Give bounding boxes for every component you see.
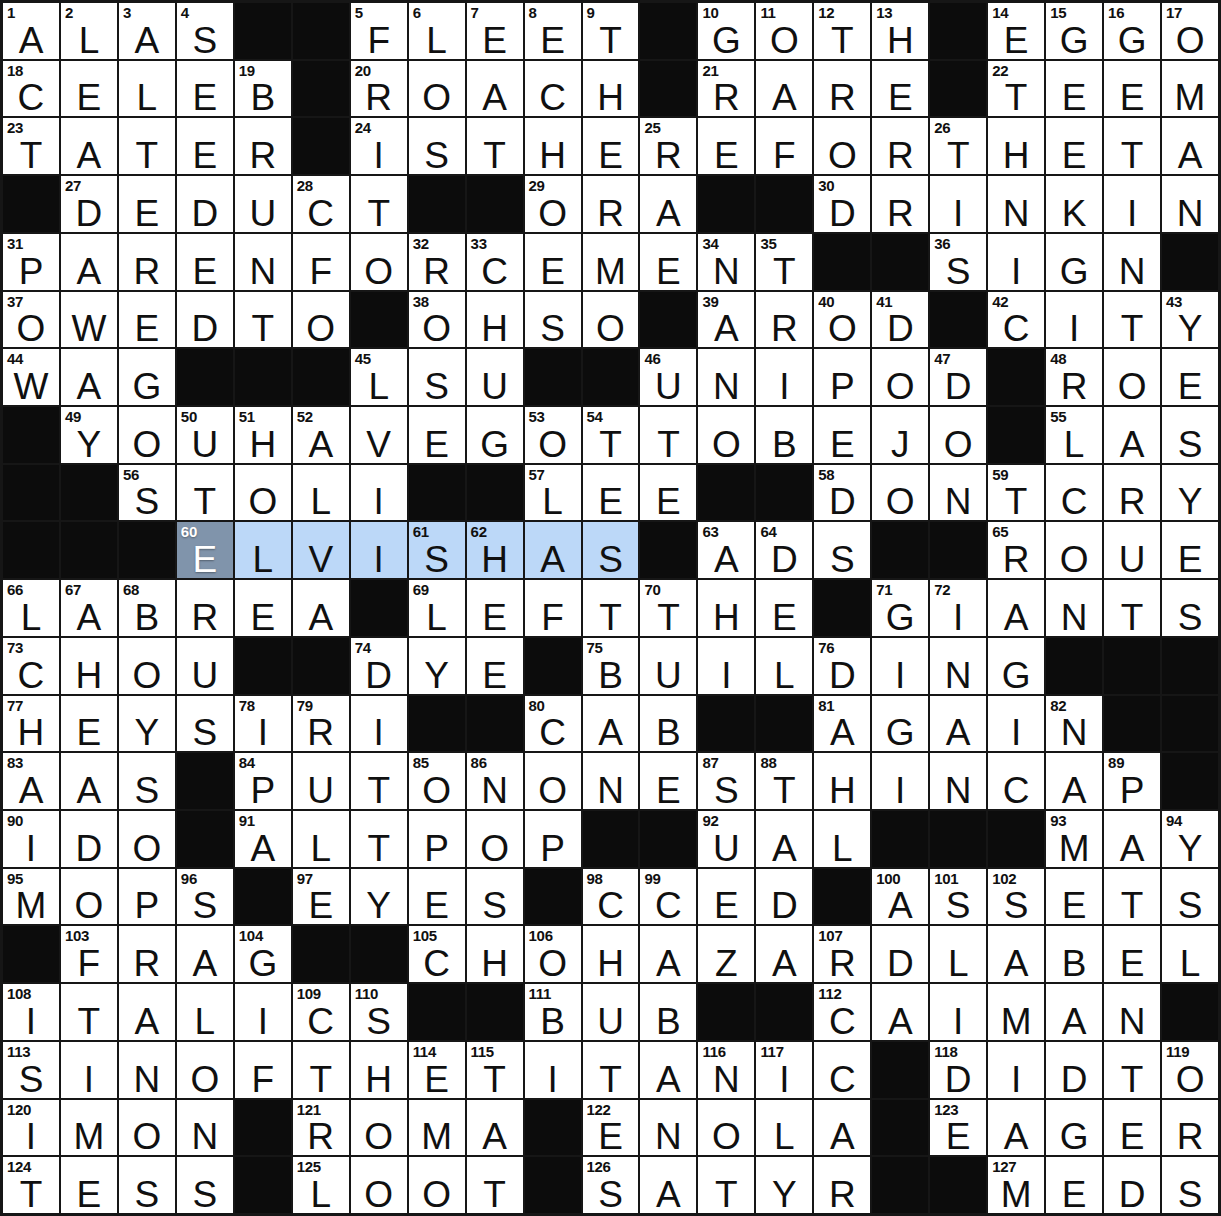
cell-r3c17[interactable]: 26T bbox=[930, 118, 986, 174]
cell-r17c12[interactable]: A bbox=[640, 926, 696, 982]
cell-r5c13[interactable]: 34N bbox=[698, 234, 754, 290]
cell-r18c7[interactable]: 110S bbox=[351, 984, 407, 1040]
cell-r18c4[interactable]: L bbox=[177, 984, 233, 1040]
cell-r1c16[interactable]: 13H bbox=[872, 3, 928, 59]
cell-r1c1[interactable]: 1A bbox=[3, 3, 59, 59]
cell-r11c19[interactable]: N bbox=[1046, 580, 1102, 636]
cell-r16c8[interactable]: E bbox=[409, 869, 465, 925]
cell-r3c3[interactable]: T bbox=[119, 118, 175, 174]
cell-r21c20[interactable]: D bbox=[1104, 1157, 1160, 1213]
cell-r14c16[interactable]: I bbox=[872, 753, 928, 809]
cell-r3c19[interactable]: E bbox=[1046, 118, 1102, 174]
cell-r21c13[interactable]: T bbox=[698, 1157, 754, 1213]
cell-r16c1[interactable]: 95M bbox=[3, 869, 59, 925]
cell-r14c11[interactable]: N bbox=[583, 753, 639, 809]
cell-r7c14[interactable]: I bbox=[756, 349, 812, 405]
cell-r9c3[interactable]: 56S bbox=[119, 465, 175, 521]
cell-r5c17[interactable]: 36S bbox=[930, 234, 986, 290]
cell-r9c17[interactable]: N bbox=[930, 465, 986, 521]
cell-r5c11[interactable]: M bbox=[583, 234, 639, 290]
cell-r1c20[interactable]: 16G bbox=[1104, 3, 1160, 59]
cell-r15c3[interactable]: O bbox=[119, 811, 175, 867]
cell-r5c20[interactable]: N bbox=[1104, 234, 1160, 290]
cell-r21c8[interactable]: O bbox=[409, 1157, 465, 1213]
cell-r9c10[interactable]: 57L bbox=[525, 465, 581, 521]
cell-r17c15[interactable]: 107R bbox=[814, 926, 870, 982]
cell-r5c4[interactable]: E bbox=[177, 234, 233, 290]
cell-r10c15[interactable]: S bbox=[814, 522, 870, 578]
cell-r18c11[interactable]: U bbox=[583, 984, 639, 1040]
cell-r12c14[interactable]: L bbox=[756, 638, 812, 694]
cell-r19c18[interactable]: I bbox=[988, 1042, 1044, 1098]
cell-r16c9[interactable]: S bbox=[467, 869, 523, 925]
cell-r15c8[interactable]: P bbox=[409, 811, 465, 867]
cell-r10c14[interactable]: 64D bbox=[756, 522, 812, 578]
cell-r2c4[interactable]: E bbox=[177, 61, 233, 117]
cell-r3c7[interactable]: 24I bbox=[351, 118, 407, 174]
cell-r20c6[interactable]: 121R bbox=[293, 1100, 349, 1156]
cell-r6c15[interactable]: 40O bbox=[814, 292, 870, 348]
cell-r17c3[interactable]: R bbox=[119, 926, 175, 982]
cell-r13c12[interactable]: B bbox=[640, 696, 696, 752]
cell-r14c8[interactable]: 85O bbox=[409, 753, 465, 809]
cell-r4c12[interactable]: A bbox=[640, 176, 696, 232]
cell-r15c14[interactable]: A bbox=[756, 811, 812, 867]
cell-r13c7[interactable]: I bbox=[351, 696, 407, 752]
cell-r7c21[interactable]: E bbox=[1162, 349, 1218, 405]
cell-r2c5[interactable]: 19B bbox=[235, 61, 291, 117]
cell-r12c2[interactable]: H bbox=[61, 638, 117, 694]
selected-cell-r10c4[interactable]: 60E bbox=[177, 522, 233, 578]
cell-r9c6[interactable]: L bbox=[293, 465, 349, 521]
cell-r2c15[interactable]: R bbox=[814, 61, 870, 117]
cell-r4c10[interactable]: 29O bbox=[525, 176, 581, 232]
cell-r12c8[interactable]: Y bbox=[409, 638, 465, 694]
cell-r21c21[interactable]: S bbox=[1162, 1157, 1218, 1213]
cell-r19c12[interactable]: A bbox=[640, 1042, 696, 1098]
cell-r11c5[interactable]: E bbox=[235, 580, 291, 636]
cell-r13c2[interactable]: E bbox=[61, 696, 117, 752]
cell-r9c21[interactable]: Y bbox=[1162, 465, 1218, 521]
cell-r21c6[interactable]: 125L bbox=[293, 1157, 349, 1213]
cell-r3c12[interactable]: 25R bbox=[640, 118, 696, 174]
cell-r16c6[interactable]: 97E bbox=[293, 869, 349, 925]
cell-r20c11[interactable]: 122E bbox=[583, 1100, 639, 1156]
cell-r7c13[interactable]: N bbox=[698, 349, 754, 405]
cell-r8c11[interactable]: 54T bbox=[583, 407, 639, 463]
cell-r4c19[interactable]: K bbox=[1046, 176, 1102, 232]
cell-r8c4[interactable]: 50U bbox=[177, 407, 233, 463]
cell-r3c5[interactable]: R bbox=[235, 118, 291, 174]
cell-r13c4[interactable]: S bbox=[177, 696, 233, 752]
cell-r20c4[interactable]: N bbox=[177, 1100, 233, 1156]
cell-r1c21[interactable]: 17O bbox=[1162, 3, 1218, 59]
cell-r9c7[interactable]: I bbox=[351, 465, 407, 521]
cell-r19c7[interactable]: H bbox=[351, 1042, 407, 1098]
cell-r8c12[interactable]: T bbox=[640, 407, 696, 463]
cell-r3c4[interactable]: E bbox=[177, 118, 233, 174]
cell-r11c1[interactable]: 66L bbox=[3, 580, 59, 636]
cell-r20c17[interactable]: 123E bbox=[930, 1100, 986, 1156]
cell-r9c18[interactable]: 59T bbox=[988, 465, 1044, 521]
cell-r21c7[interactable]: O bbox=[351, 1157, 407, 1213]
cell-r1c15[interactable]: 12T bbox=[814, 3, 870, 59]
cell-r6c3[interactable]: E bbox=[119, 292, 175, 348]
cell-r18c1[interactable]: 108I bbox=[3, 984, 59, 1040]
cell-r21c1[interactable]: 124T bbox=[3, 1157, 59, 1213]
cell-r1c3[interactable]: 3A bbox=[119, 3, 175, 59]
cell-r14c3[interactable]: S bbox=[119, 753, 175, 809]
cell-r18c16[interactable]: A bbox=[872, 984, 928, 1040]
cell-r13c6[interactable]: 79R bbox=[293, 696, 349, 752]
cell-r3c16[interactable]: R bbox=[872, 118, 928, 174]
cell-r11c8[interactable]: 69L bbox=[409, 580, 465, 636]
cell-r2c3[interactable]: L bbox=[119, 61, 175, 117]
cell-r14c13[interactable]: 87S bbox=[698, 753, 754, 809]
cell-r7c9[interactable]: U bbox=[467, 349, 523, 405]
cell-r14c6[interactable]: U bbox=[293, 753, 349, 809]
cell-r13c17[interactable]: A bbox=[930, 696, 986, 752]
cell-r17c13[interactable]: Z bbox=[698, 926, 754, 982]
cell-r11c18[interactable]: A bbox=[988, 580, 1044, 636]
cell-r20c13[interactable]: O bbox=[698, 1100, 754, 1156]
cell-r4c18[interactable]: N bbox=[988, 176, 1044, 232]
cell-r14c9[interactable]: 86N bbox=[467, 753, 523, 809]
cell-r20c20[interactable]: E bbox=[1104, 1100, 1160, 1156]
cell-r3c13[interactable]: E bbox=[698, 118, 754, 174]
cell-r21c12[interactable]: A bbox=[640, 1157, 696, 1213]
cell-r10c21[interactable]: E bbox=[1162, 522, 1218, 578]
cell-r5c12[interactable]: E bbox=[640, 234, 696, 290]
cell-r20c3[interactable]: O bbox=[119, 1100, 175, 1156]
cell-r6c6[interactable]: O bbox=[293, 292, 349, 348]
cell-r9c19[interactable]: C bbox=[1046, 465, 1102, 521]
cell-r8c13[interactable]: O bbox=[698, 407, 754, 463]
cell-r14c15[interactable]: H bbox=[814, 753, 870, 809]
cell-r2c2[interactable]: E bbox=[61, 61, 117, 117]
cell-r15c20[interactable]: A bbox=[1104, 811, 1160, 867]
cell-r15c5[interactable]: 91A bbox=[235, 811, 291, 867]
cell-r8c5[interactable]: 51H bbox=[235, 407, 291, 463]
cell-r16c18[interactable]: 102S bbox=[988, 869, 1044, 925]
cell-r17c16[interactable]: D bbox=[872, 926, 928, 982]
cell-r6c5[interactable]: T bbox=[235, 292, 291, 348]
cell-r20c12[interactable]: N bbox=[640, 1100, 696, 1156]
cell-r17c21[interactable]: L bbox=[1162, 926, 1218, 982]
cell-r9c11[interactable]: E bbox=[583, 465, 639, 521]
cell-r11c17[interactable]: 72I bbox=[930, 580, 986, 636]
cell-r6c13[interactable]: 39A bbox=[698, 292, 754, 348]
cell-r21c11[interactable]: 126S bbox=[583, 1157, 639, 1213]
cell-r1c11[interactable]: 9T bbox=[583, 3, 639, 59]
cell-r15c10[interactable]: P bbox=[525, 811, 581, 867]
cell-r1c18[interactable]: 14E bbox=[988, 3, 1044, 59]
cell-r3c2[interactable]: A bbox=[61, 118, 117, 174]
cell-r2c7[interactable]: 20R bbox=[351, 61, 407, 117]
cell-r6c14[interactable]: R bbox=[756, 292, 812, 348]
cell-r3c14[interactable]: F bbox=[756, 118, 812, 174]
cell-r9c16[interactable]: O bbox=[872, 465, 928, 521]
cell-r7c7[interactable]: 45L bbox=[351, 349, 407, 405]
cell-r9c12[interactable]: E bbox=[640, 465, 696, 521]
cell-r1c4[interactable]: 4S bbox=[177, 3, 233, 59]
cell-r19c15[interactable]: C bbox=[814, 1042, 870, 1098]
cell-r4c4[interactable]: D bbox=[177, 176, 233, 232]
cell-r18c17[interactable]: I bbox=[930, 984, 986, 1040]
cell-r12c3[interactable]: O bbox=[119, 638, 175, 694]
cell-r17c17[interactable]: L bbox=[930, 926, 986, 982]
cell-r7c16[interactable]: O bbox=[872, 349, 928, 405]
cell-r5c18[interactable]: I bbox=[988, 234, 1044, 290]
cell-r11c11[interactable]: T bbox=[583, 580, 639, 636]
cell-r18c12[interactable]: B bbox=[640, 984, 696, 1040]
cell-r5c14[interactable]: 35T bbox=[756, 234, 812, 290]
cell-r11c21[interactable]: S bbox=[1162, 580, 1218, 636]
cell-r2c20[interactable]: E bbox=[1104, 61, 1160, 117]
cell-r12c1[interactable]: 73C bbox=[3, 638, 59, 694]
cell-r3c8[interactable]: S bbox=[409, 118, 465, 174]
cell-r6c16[interactable]: 41D bbox=[872, 292, 928, 348]
cell-r21c18[interactable]: 127M bbox=[988, 1157, 1044, 1213]
cell-r14c10[interactable]: O bbox=[525, 753, 581, 809]
cell-r6c4[interactable]: D bbox=[177, 292, 233, 348]
cell-r16c11[interactable]: 98C bbox=[583, 869, 639, 925]
cell-r2c14[interactable]: A bbox=[756, 61, 812, 117]
cell-r15c15[interactable]: L bbox=[814, 811, 870, 867]
cell-r20c7[interactable]: O bbox=[351, 1100, 407, 1156]
cell-r11c13[interactable]: H bbox=[698, 580, 754, 636]
cell-r6c21[interactable]: 43Y bbox=[1162, 292, 1218, 348]
cell-r4c16[interactable]: R bbox=[872, 176, 928, 232]
cell-r6c10[interactable]: S bbox=[525, 292, 581, 348]
cell-r3c9[interactable]: T bbox=[467, 118, 523, 174]
cell-r15c1[interactable]: 90I bbox=[3, 811, 59, 867]
cell-r19c4[interactable]: O bbox=[177, 1042, 233, 1098]
cell-r10c7[interactable]: I bbox=[351, 522, 407, 578]
cell-r13c10[interactable]: 80C bbox=[525, 696, 581, 752]
cell-r20c1[interactable]: 120I bbox=[3, 1100, 59, 1156]
cell-r18c15[interactable]: 112C bbox=[814, 984, 870, 1040]
cell-r16c4[interactable]: 96S bbox=[177, 869, 233, 925]
cell-r3c1[interactable]: 23T bbox=[3, 118, 59, 174]
cell-r10c19[interactable]: O bbox=[1046, 522, 1102, 578]
cell-r2c10[interactable]: C bbox=[525, 61, 581, 117]
cell-r18c10[interactable]: 111B bbox=[525, 984, 581, 1040]
cell-r20c8[interactable]: M bbox=[409, 1100, 465, 1156]
cell-r17c11[interactable]: H bbox=[583, 926, 639, 982]
cell-r18c5[interactable]: I bbox=[235, 984, 291, 1040]
cell-r8c7[interactable]: V bbox=[351, 407, 407, 463]
cell-r8c17[interactable]: O bbox=[930, 407, 986, 463]
cell-r1c13[interactable]: 10G bbox=[698, 3, 754, 59]
cell-r13c11[interactable]: A bbox=[583, 696, 639, 752]
cell-r4c2[interactable]: 27D bbox=[61, 176, 117, 232]
cell-r8c9[interactable]: G bbox=[467, 407, 523, 463]
cell-r13c5[interactable]: 78I bbox=[235, 696, 291, 752]
cell-r16c13[interactable]: E bbox=[698, 869, 754, 925]
cell-r19c14[interactable]: 117I bbox=[756, 1042, 812, 1098]
cell-r10c9[interactable]: 62H bbox=[467, 522, 523, 578]
cell-r17c20[interactable]: E bbox=[1104, 926, 1160, 982]
cell-r10c11[interactable]: S bbox=[583, 522, 639, 578]
cell-r2c18[interactable]: 22T bbox=[988, 61, 1044, 117]
cell-r17c5[interactable]: 104G bbox=[235, 926, 291, 982]
cell-r4c15[interactable]: 30D bbox=[814, 176, 870, 232]
cell-r19c9[interactable]: 115T bbox=[467, 1042, 523, 1098]
cell-r2c16[interactable]: E bbox=[872, 61, 928, 117]
cell-r7c12[interactable]: 46U bbox=[640, 349, 696, 405]
cell-r3c20[interactable]: T bbox=[1104, 118, 1160, 174]
cell-r17c9[interactable]: H bbox=[467, 926, 523, 982]
cell-r17c14[interactable]: A bbox=[756, 926, 812, 982]
cell-r19c10[interactable]: I bbox=[525, 1042, 581, 1098]
cell-r2c8[interactable]: O bbox=[409, 61, 465, 117]
cell-r2c19[interactable]: E bbox=[1046, 61, 1102, 117]
cell-r2c21[interactable]: M bbox=[1162, 61, 1218, 117]
cell-r1c9[interactable]: 7E bbox=[467, 3, 523, 59]
cell-r11c4[interactable]: R bbox=[177, 580, 233, 636]
cell-r11c6[interactable]: A bbox=[293, 580, 349, 636]
cell-r10c5[interactable]: L bbox=[235, 522, 291, 578]
cell-r19c6[interactable]: T bbox=[293, 1042, 349, 1098]
cell-r11c12[interactable]: 70T bbox=[640, 580, 696, 636]
cell-r17c4[interactable]: A bbox=[177, 926, 233, 982]
cell-r6c8[interactable]: 38O bbox=[409, 292, 465, 348]
cell-r3c18[interactable]: H bbox=[988, 118, 1044, 174]
cell-r1c7[interactable]: 5F bbox=[351, 3, 407, 59]
cell-r17c8[interactable]: 105C bbox=[409, 926, 465, 982]
cell-r4c7[interactable]: T bbox=[351, 176, 407, 232]
cell-r18c2[interactable]: T bbox=[61, 984, 117, 1040]
cell-r19c8[interactable]: 114E bbox=[409, 1042, 465, 1098]
cell-r9c4[interactable]: T bbox=[177, 465, 233, 521]
cell-r18c6[interactable]: 109C bbox=[293, 984, 349, 1040]
cell-r5c10[interactable]: E bbox=[525, 234, 581, 290]
cell-r4c3[interactable]: E bbox=[119, 176, 175, 232]
cell-r8c14[interactable]: B bbox=[756, 407, 812, 463]
cell-r6c9[interactable]: H bbox=[467, 292, 523, 348]
cell-r1c14[interactable]: 11O bbox=[756, 3, 812, 59]
cell-r4c5[interactable]: U bbox=[235, 176, 291, 232]
cell-r10c10[interactable]: A bbox=[525, 522, 581, 578]
cell-r6c1[interactable]: 37O bbox=[3, 292, 59, 348]
cell-r21c14[interactable]: Y bbox=[756, 1157, 812, 1213]
cell-r9c5[interactable]: O bbox=[235, 465, 291, 521]
cell-r4c17[interactable]: I bbox=[930, 176, 986, 232]
cell-r7c1[interactable]: 44W bbox=[3, 349, 59, 405]
cell-r5c1[interactable]: 31P bbox=[3, 234, 59, 290]
cell-r1c8[interactable]: 6L bbox=[409, 3, 465, 59]
cell-r9c15[interactable]: 58D bbox=[814, 465, 870, 521]
cell-r14c17[interactable]: N bbox=[930, 753, 986, 809]
cell-r15c2[interactable]: D bbox=[61, 811, 117, 867]
cell-r10c20[interactable]: U bbox=[1104, 522, 1160, 578]
cell-r19c20[interactable]: T bbox=[1104, 1042, 1160, 1098]
cell-r17c2[interactable]: 103F bbox=[61, 926, 117, 982]
cell-r8c20[interactable]: A bbox=[1104, 407, 1160, 463]
cell-r13c1[interactable]: 77H bbox=[3, 696, 59, 752]
cell-r4c20[interactable]: I bbox=[1104, 176, 1160, 232]
cell-r16c16[interactable]: 100A bbox=[872, 869, 928, 925]
cell-r5c5[interactable]: N bbox=[235, 234, 291, 290]
cell-r20c18[interactable]: A bbox=[988, 1100, 1044, 1156]
cell-r4c11[interactable]: R bbox=[583, 176, 639, 232]
cell-r11c14[interactable]: E bbox=[756, 580, 812, 636]
cell-r13c19[interactable]: 82N bbox=[1046, 696, 1102, 752]
cell-r1c10[interactable]: 8E bbox=[525, 3, 581, 59]
cell-r20c15[interactable]: A bbox=[814, 1100, 870, 1156]
cell-r13c16[interactable]: G bbox=[872, 696, 928, 752]
cell-r7c20[interactable]: O bbox=[1104, 349, 1160, 405]
cell-r11c3[interactable]: 68B bbox=[119, 580, 175, 636]
cell-r16c2[interactable]: O bbox=[61, 869, 117, 925]
cell-r21c3[interactable]: S bbox=[119, 1157, 175, 1213]
cell-r11c10[interactable]: F bbox=[525, 580, 581, 636]
cell-r16c7[interactable]: Y bbox=[351, 869, 407, 925]
cell-r12c12[interactable]: U bbox=[640, 638, 696, 694]
cell-r9c20[interactable]: R bbox=[1104, 465, 1160, 521]
cell-r14c1[interactable]: 83A bbox=[3, 753, 59, 809]
cell-r10c18[interactable]: 65R bbox=[988, 522, 1044, 578]
cell-r14c18[interactable]: C bbox=[988, 753, 1044, 809]
cell-r18c19[interactable]: A bbox=[1046, 984, 1102, 1040]
cell-r7c2[interactable]: A bbox=[61, 349, 117, 405]
cell-r18c3[interactable]: A bbox=[119, 984, 175, 1040]
cell-r12c9[interactable]: E bbox=[467, 638, 523, 694]
cell-r19c1[interactable]: 113S bbox=[3, 1042, 59, 1098]
cell-r14c14[interactable]: 88T bbox=[756, 753, 812, 809]
cell-r11c9[interactable]: E bbox=[467, 580, 523, 636]
cell-r20c2[interactable]: M bbox=[61, 1100, 117, 1156]
cell-r8c21[interactable]: S bbox=[1162, 407, 1218, 463]
cell-r2c13[interactable]: 21R bbox=[698, 61, 754, 117]
cell-r18c18[interactable]: M bbox=[988, 984, 1044, 1040]
cell-r8c3[interactable]: O bbox=[119, 407, 175, 463]
cell-r16c20[interactable]: T bbox=[1104, 869, 1160, 925]
cell-r6c11[interactable]: O bbox=[583, 292, 639, 348]
cell-r15c19[interactable]: 93M bbox=[1046, 811, 1102, 867]
cell-r5c6[interactable]: F bbox=[293, 234, 349, 290]
cell-r16c14[interactable]: D bbox=[756, 869, 812, 925]
cell-r21c15[interactable]: R bbox=[814, 1157, 870, 1213]
cell-r7c3[interactable]: G bbox=[119, 349, 175, 405]
cell-r8c19[interactable]: 55L bbox=[1046, 407, 1102, 463]
cell-r10c13[interactable]: 63A bbox=[698, 522, 754, 578]
cell-r10c6[interactable]: V bbox=[293, 522, 349, 578]
cell-r19c21[interactable]: 119O bbox=[1162, 1042, 1218, 1098]
cell-r12c16[interactable]: I bbox=[872, 638, 928, 694]
cell-r16c17[interactable]: 101S bbox=[930, 869, 986, 925]
cell-r12c4[interactable]: U bbox=[177, 638, 233, 694]
cell-r2c1[interactable]: 18C bbox=[3, 61, 59, 117]
cell-r12c15[interactable]: 76D bbox=[814, 638, 870, 694]
cell-r5c7[interactable]: O bbox=[351, 234, 407, 290]
cell-r20c21[interactable]: R bbox=[1162, 1100, 1218, 1156]
cell-r5c9[interactable]: 33C bbox=[467, 234, 523, 290]
cell-r16c19[interactable]: E bbox=[1046, 869, 1102, 925]
cell-r13c15[interactable]: 81A bbox=[814, 696, 870, 752]
cell-r4c6[interactable]: 28C bbox=[293, 176, 349, 232]
cell-r1c19[interactable]: 15G bbox=[1046, 3, 1102, 59]
cell-r15c13[interactable]: 92U bbox=[698, 811, 754, 867]
cell-r6c18[interactable]: 42C bbox=[988, 292, 1044, 348]
cell-r17c18[interactable]: A bbox=[988, 926, 1044, 982]
cell-r2c11[interactable]: H bbox=[583, 61, 639, 117]
cell-r14c20[interactable]: 89P bbox=[1104, 753, 1160, 809]
cell-r11c16[interactable]: 71G bbox=[872, 580, 928, 636]
cell-r5c8[interactable]: 32R bbox=[409, 234, 465, 290]
cell-r3c15[interactable]: O bbox=[814, 118, 870, 174]
